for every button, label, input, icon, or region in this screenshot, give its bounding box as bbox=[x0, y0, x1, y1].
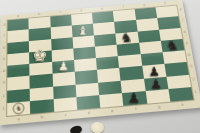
rank-label-right-2: 2 bbox=[192, 78, 195, 82]
file-label-top-a: a bbox=[17, 15, 19, 18]
square-d1 bbox=[76, 95, 100, 110]
file-label-bottom-a: a bbox=[18, 118, 20, 122]
file-label-top-f: f bbox=[123, 6, 125, 9]
rank-label-right-4: 4 bbox=[188, 54, 191, 58]
rank-label-left-2: 2 bbox=[2, 95, 4, 99]
rank-label-right-7: 7 bbox=[181, 20, 184, 23]
file-label-bottom-g: g bbox=[158, 106, 161, 110]
square-b1 bbox=[30, 99, 54, 114]
file-label-top-c: c bbox=[59, 12, 61, 15]
board-playing-area: ♝♞♚♞♟♟♟♟ ♞ bbox=[7, 6, 193, 116]
file-label-top-g: g bbox=[143, 4, 146, 7]
file-label-bottom-h: h bbox=[181, 104, 184, 108]
chessboard: ♝♞♚♞♟♟♟♟ ♞ aabbccddeeffgghh8877665544332… bbox=[0, 0, 200, 125]
rank-label-right-1: 1 bbox=[194, 91, 197, 95]
file-label-top-d: d bbox=[80, 10, 82, 13]
file-label-bottom-d: d bbox=[88, 112, 91, 116]
rank-label-right-6: 6 bbox=[183, 31, 186, 34]
square-c1 bbox=[53, 97, 77, 112]
board-grid bbox=[7, 6, 193, 116]
rank-label-left-1: 1 bbox=[2, 108, 4, 112]
rank-label-left-8: 8 bbox=[3, 24, 5, 27]
file-label-bottom-c: c bbox=[64, 114, 66, 118]
file-label-bottom-b: b bbox=[41, 116, 43, 120]
captured-white-piece bbox=[91, 122, 104, 133]
captured-black-piece bbox=[69, 124, 83, 133]
square-g1 bbox=[145, 89, 170, 104]
rank-label-left-3: 3 bbox=[3, 82, 5, 86]
file-label-top-b: b bbox=[38, 13, 40, 16]
rank-label-left-7: 7 bbox=[3, 35, 5, 38]
file-label-bottom-e: e bbox=[111, 110, 114, 114]
file-label-bottom-f: f bbox=[135, 108, 137, 112]
square-e1 bbox=[99, 93, 123, 108]
rank-label-left-4: 4 bbox=[3, 70, 5, 74]
rank-label-right-8: 8 bbox=[179, 9, 182, 12]
square-h1 bbox=[168, 87, 193, 102]
rank-label-right-3: 3 bbox=[190, 66, 193, 70]
photo-background: ♝♞♚♞♟♟♟♟ ♞ aabbccddeeffgghh8877665544332… bbox=[0, 0, 200, 133]
rank-label-left-5: 5 bbox=[3, 58, 5, 62]
rank-label-left-6: 6 bbox=[3, 47, 5, 50]
file-label-top-h: h bbox=[164, 2, 167, 5]
file-label-top-e: e bbox=[101, 8, 103, 11]
rank-label-right-5: 5 bbox=[185, 42, 188, 46]
square-f1 bbox=[122, 91, 147, 106]
